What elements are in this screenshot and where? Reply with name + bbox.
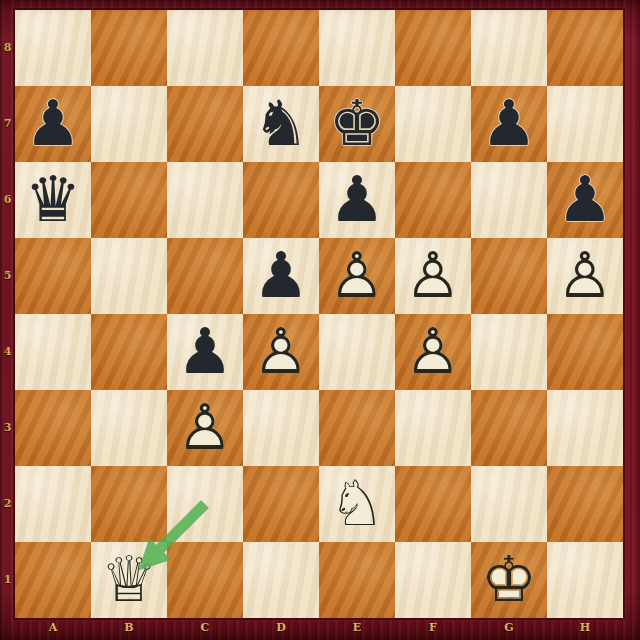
piece-white-queen-b1[interactable]: ♛♕ [91, 542, 167, 618]
square-d5[interactable]: ♟ [243, 238, 319, 314]
square-c7[interactable] [167, 86, 243, 162]
square-f3[interactable] [395, 390, 471, 466]
black-king-icon: ♚ [319, 86, 395, 162]
rank-label-3: 3 [0, 390, 15, 466]
square-b1[interactable]: ♛♕ [91, 542, 167, 618]
square-g5[interactable] [471, 238, 547, 314]
square-a6[interactable]: ♛ [15, 162, 91, 238]
piece-black-queen-a6[interactable]: ♛ [15, 162, 91, 238]
rank-label-2: 2 [0, 466, 15, 542]
piece-white-pawn-d4[interactable]: ♟♙ [243, 314, 319, 390]
black-pawn-icon: ♟ [471, 86, 547, 162]
square-e5[interactable]: ♟♙ [319, 238, 395, 314]
piece-black-pawn-d5[interactable]: ♟ [243, 238, 319, 314]
piece-white-pawn-c3[interactable]: ♟♙ [167, 390, 243, 466]
square-e4[interactable] [319, 314, 395, 390]
square-b8[interactable] [91, 10, 167, 86]
square-g4[interactable] [471, 314, 547, 390]
square-h2[interactable] [547, 466, 623, 542]
square-d7[interactable]: ♞ [243, 86, 319, 162]
rank-label-7: 7 [0, 86, 15, 162]
piece-black-pawn-h6[interactable]: ♟ [547, 162, 623, 238]
piece-black-pawn-c4[interactable]: ♟ [167, 314, 243, 390]
piece-white-king-g1[interactable]: ♚♔ [471, 542, 547, 618]
white-pawn-icon: ♙ [319, 238, 395, 314]
square-f4[interactable]: ♟♙ [395, 314, 471, 390]
square-f6[interactable] [395, 162, 471, 238]
square-c8[interactable] [167, 10, 243, 86]
piece-black-pawn-a7[interactable]: ♟ [15, 86, 91, 162]
square-d4[interactable]: ♟♙ [243, 314, 319, 390]
square-f2[interactable] [395, 466, 471, 542]
square-d6[interactable] [243, 162, 319, 238]
black-pawn-icon: ♟ [167, 314, 243, 390]
file-label-c: C [167, 617, 243, 640]
file-label-e: E [319, 617, 395, 640]
piece-white-pawn-f5[interactable]: ♟♙ [395, 238, 471, 314]
square-c3[interactable]: ♟♙ [167, 390, 243, 466]
rank-label-4: 4 [0, 314, 15, 390]
square-a4[interactable] [15, 314, 91, 390]
file-label-g: G [471, 617, 547, 640]
square-a1[interactable] [15, 542, 91, 618]
chess-board: ♟♞♚♟♛♟♟♟♟♙♟♙♟♙♟♟♙♟♙♟♙♞♘♛♕♚♔ [15, 10, 623, 618]
white-king-icon: ♔ [471, 542, 547, 618]
square-g3[interactable] [471, 390, 547, 466]
square-f5[interactable]: ♟♙ [395, 238, 471, 314]
rank-label-1: 1 [0, 542, 15, 618]
piece-white-knight-e2[interactable]: ♞♘ [319, 466, 395, 542]
square-d8[interactable] [243, 10, 319, 86]
square-g2[interactable] [471, 466, 547, 542]
square-h8[interactable] [547, 10, 623, 86]
square-e6[interactable]: ♟ [319, 162, 395, 238]
square-e7[interactable]: ♚ [319, 86, 395, 162]
square-f1[interactable] [395, 542, 471, 618]
square-a5[interactable] [15, 238, 91, 314]
file-label-f: F [395, 617, 471, 640]
square-c1[interactable] [167, 542, 243, 618]
square-a7[interactable]: ♟ [15, 86, 91, 162]
rank-label-8: 8 [0, 10, 15, 86]
square-g8[interactable] [471, 10, 547, 86]
piece-black-pawn-e6[interactable]: ♟ [319, 162, 395, 238]
square-c4[interactable]: ♟ [167, 314, 243, 390]
square-b2[interactable] [91, 466, 167, 542]
square-h5[interactable]: ♟♙ [547, 238, 623, 314]
square-g7[interactable]: ♟ [471, 86, 547, 162]
square-e1[interactable] [319, 542, 395, 618]
square-b6[interactable] [91, 162, 167, 238]
rank-label-6: 6 [0, 162, 15, 238]
piece-white-pawn-f4[interactable]: ♟♙ [395, 314, 471, 390]
square-g1[interactable]: ♚♔ [471, 542, 547, 618]
square-f8[interactable] [395, 10, 471, 86]
square-h3[interactable] [547, 390, 623, 466]
white-pawn-icon: ♙ [243, 314, 319, 390]
square-d3[interactable] [243, 390, 319, 466]
rank-label-5: 5 [0, 238, 15, 314]
piece-white-pawn-e5[interactable]: ♟♙ [319, 238, 395, 314]
black-pawn-icon: ♟ [547, 162, 623, 238]
square-c2[interactable] [167, 466, 243, 542]
piece-black-knight-d7[interactable]: ♞ [243, 86, 319, 162]
file-label-b: B [91, 617, 167, 640]
square-c5[interactable] [167, 238, 243, 314]
square-e3[interactable] [319, 390, 395, 466]
black-knight-icon: ♞ [243, 86, 319, 162]
square-b7[interactable] [91, 86, 167, 162]
black-pawn-icon: ♟ [15, 86, 91, 162]
square-a8[interactable] [15, 10, 91, 86]
square-g6[interactable] [471, 162, 547, 238]
square-e8[interactable] [319, 10, 395, 86]
file-label-a: A [15, 617, 91, 640]
square-a2[interactable] [15, 466, 91, 542]
file-label-d: D [243, 617, 319, 640]
black-queen-icon: ♛ [15, 162, 91, 238]
piece-white-pawn-h5[interactable]: ♟♙ [547, 238, 623, 314]
white-pawn-icon: ♙ [167, 390, 243, 466]
square-b3[interactable] [91, 390, 167, 466]
square-a3[interactable] [15, 390, 91, 466]
square-f7[interactable] [395, 86, 471, 162]
white-pawn-icon: ♙ [395, 238, 471, 314]
piece-black-king-e7[interactable]: ♚ [319, 86, 395, 162]
chessboard-frame: ♟♞♚♟♛♟♟♟♟♙♟♙♟♙♟♟♙♟♙♟♙♞♘♛♕♚♔ 87654321ABCD… [0, 0, 640, 640]
black-pawn-icon: ♟ [243, 238, 319, 314]
square-e2[interactable]: ♞♘ [319, 466, 395, 542]
white-knight-icon: ♘ [319, 466, 395, 542]
white-queen-icon: ♕ [91, 542, 167, 618]
square-h4[interactable] [547, 314, 623, 390]
square-d2[interactable] [243, 466, 319, 542]
piece-black-pawn-g7[interactable]: ♟ [471, 86, 547, 162]
square-c6[interactable] [167, 162, 243, 238]
square-b4[interactable] [91, 314, 167, 390]
square-h7[interactable] [547, 86, 623, 162]
black-pawn-icon: ♟ [319, 162, 395, 238]
square-h6[interactable]: ♟ [547, 162, 623, 238]
square-h1[interactable] [547, 542, 623, 618]
square-b5[interactable] [91, 238, 167, 314]
white-pawn-icon: ♙ [547, 238, 623, 314]
white-pawn-icon: ♙ [395, 314, 471, 390]
square-d1[interactable] [243, 542, 319, 618]
file-label-h: H [547, 617, 623, 640]
